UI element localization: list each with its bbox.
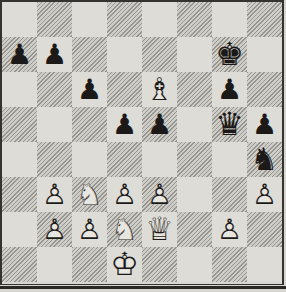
square-e2[interactable]: ♛♕ [142, 212, 177, 247]
square-d5[interactable]: ♟ [107, 107, 142, 142]
square-g3[interactable] [212, 177, 247, 212]
piece-glyph: ♟ [72, 72, 107, 107]
white-pawn-piece: ♟♙ [37, 177, 72, 212]
piece-outline-layer: ♘ [72, 177, 107, 212]
white-pawn-piece: ♟♙ [212, 212, 247, 247]
piece-outline-layer: ♘ [107, 212, 142, 247]
square-a5[interactable] [2, 107, 37, 142]
square-b6[interactable] [37, 72, 72, 107]
square-e8[interactable] [142, 2, 177, 37]
scanned-diagram-page: ♟♟♚♟♝♗♟♟♟♛♟♞♟♙♞♘♟♙♟♙♟♙♟♙♟♙♞♘♛♕♟♙♚♔ [0, 0, 286, 292]
square-h3[interactable]: ♟♙ [247, 177, 282, 212]
square-a4[interactable] [2, 142, 37, 177]
square-a1[interactable] [2, 247, 37, 282]
square-b3[interactable]: ♟♙ [37, 177, 72, 212]
piece-glyph: ♟ [37, 37, 72, 72]
square-c1[interactable] [72, 247, 107, 282]
white-pawn-piece: ♟♙ [37, 212, 72, 247]
square-d1[interactable]: ♚♔ [107, 247, 142, 282]
square-d2[interactable]: ♞♘ [107, 212, 142, 247]
square-h6[interactable] [247, 72, 282, 107]
piece-glyph: ♛ [212, 107, 247, 142]
board-frame: ♟♟♚♟♝♗♟♟♟♛♟♞♟♙♞♘♟♙♟♙♟♙♟♙♟♙♞♘♛♕♟♙♚♔ [0, 0, 284, 285]
square-b8[interactable] [37, 2, 72, 37]
white-queen-piece: ♛♕ [142, 212, 177, 247]
black-pawn-piece: ♟ [37, 37, 72, 72]
piece-outline-layer: ♙ [212, 212, 247, 247]
square-f6[interactable] [177, 72, 212, 107]
piece-outline-layer: ♗ [142, 72, 177, 107]
piece-outline-layer: ♙ [37, 177, 72, 212]
square-f4[interactable] [177, 142, 212, 177]
black-pawn-piece: ♟ [142, 107, 177, 142]
square-f5[interactable] [177, 107, 212, 142]
square-c4[interactable] [72, 142, 107, 177]
square-h4[interactable]: ♞ [247, 142, 282, 177]
white-knight-piece: ♞♘ [107, 212, 142, 247]
white-bishop-piece: ♝♗ [142, 72, 177, 107]
square-g7[interactable]: ♚ [212, 37, 247, 72]
square-h1[interactable] [247, 247, 282, 282]
piece-glyph: ♟ [212, 72, 247, 107]
square-d4[interactable] [107, 142, 142, 177]
square-g4[interactable] [212, 142, 247, 177]
black-pawn-piece: ♟ [247, 107, 282, 142]
square-d3[interactable]: ♟♙ [107, 177, 142, 212]
square-d6[interactable] [107, 72, 142, 107]
square-b2[interactable]: ♟♙ [37, 212, 72, 247]
square-h5[interactable]: ♟ [247, 107, 282, 142]
square-g5[interactable]: ♛ [212, 107, 247, 142]
square-c2[interactable]: ♟♙ [72, 212, 107, 247]
square-f7[interactable] [177, 37, 212, 72]
square-c7[interactable] [72, 37, 107, 72]
square-e5[interactable]: ♟ [142, 107, 177, 142]
piece-glyph: ♚ [212, 37, 247, 72]
square-a8[interactable] [2, 2, 37, 37]
piece-outline-layer: ♔ [107, 247, 142, 282]
square-e7[interactable] [142, 37, 177, 72]
piece-outline-layer: ♙ [72, 212, 107, 247]
square-f3[interactable] [177, 177, 212, 212]
square-b4[interactable] [37, 142, 72, 177]
black-queen-piece: ♛ [212, 107, 247, 142]
black-pawn-piece: ♟ [212, 72, 247, 107]
board-shadow-line [0, 286, 286, 289]
piece-outline-layer: ♕ [142, 212, 177, 247]
piece-glyph: ♟ [247, 107, 282, 142]
square-g2[interactable]: ♟♙ [212, 212, 247, 247]
black-knight-piece: ♞ [247, 142, 282, 177]
square-f2[interactable] [177, 212, 212, 247]
piece-outline-layer: ♙ [107, 177, 142, 212]
piece-outline-layer: ♙ [37, 212, 72, 247]
black-pawn-piece: ♟ [107, 107, 142, 142]
black-pawn-piece: ♟ [2, 37, 37, 72]
piece-outline-layer: ♙ [247, 177, 282, 212]
white-king-piece: ♚♔ [107, 247, 142, 282]
piece-glyph: ♞ [247, 142, 282, 177]
square-f8[interactable] [177, 2, 212, 37]
white-knight-piece: ♞♘ [72, 177, 107, 212]
white-pawn-piece: ♟♙ [72, 212, 107, 247]
square-c6[interactable]: ♟ [72, 72, 107, 107]
square-c8[interactable] [72, 2, 107, 37]
white-pawn-piece: ♟♙ [247, 177, 282, 212]
square-e4[interactable] [142, 142, 177, 177]
black-pawn-piece: ♟ [72, 72, 107, 107]
square-a6[interactable] [2, 72, 37, 107]
square-h7[interactable] [247, 37, 282, 72]
square-g1[interactable] [212, 247, 247, 282]
white-pawn-piece: ♟♙ [142, 177, 177, 212]
square-a2[interactable] [2, 212, 37, 247]
square-c3[interactable]: ♞♘ [72, 177, 107, 212]
square-a3[interactable] [2, 177, 37, 212]
square-b1[interactable] [37, 247, 72, 282]
square-a7[interactable]: ♟ [2, 37, 37, 72]
square-d8[interactable] [107, 2, 142, 37]
square-g6[interactable]: ♟ [212, 72, 247, 107]
square-h2[interactable] [247, 212, 282, 247]
square-e3[interactable]: ♟♙ [142, 177, 177, 212]
square-b7[interactable]: ♟ [37, 37, 72, 72]
chessboard[interactable]: ♟♟♚♟♝♗♟♟♟♛♟♞♟♙♞♘♟♙♟♙♟♙♟♙♟♙♞♘♛♕♟♙♚♔ [2, 2, 282, 282]
square-c5[interactable] [72, 107, 107, 142]
piece-glyph: ♟ [142, 107, 177, 142]
square-f1[interactable] [177, 247, 212, 282]
piece-glyph: ♟ [107, 107, 142, 142]
square-g8[interactable] [212, 2, 247, 37]
square-d7[interactable] [107, 37, 142, 72]
square-e6[interactable]: ♝♗ [142, 72, 177, 107]
piece-outline-layer: ♙ [142, 177, 177, 212]
square-b5[interactable] [37, 107, 72, 142]
piece-glyph: ♟ [2, 37, 37, 72]
black-king-piece: ♚ [212, 37, 247, 72]
square-e1[interactable] [142, 247, 177, 282]
square-h8[interactable] [247, 2, 282, 37]
white-pawn-piece: ♟♙ [107, 177, 142, 212]
